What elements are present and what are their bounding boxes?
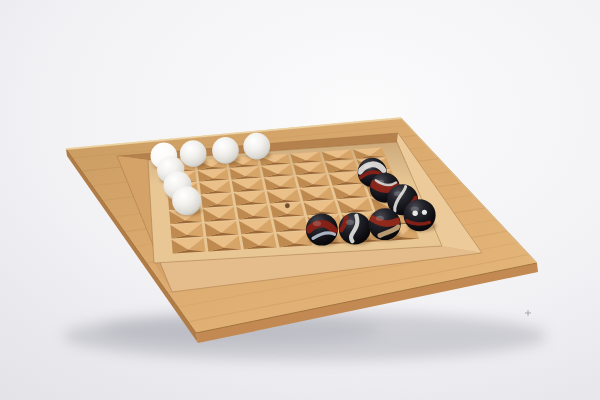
pyramid-r2c5 [293, 162, 326, 175]
pyramid-r7c3 [242, 233, 277, 249]
marble-gloss [411, 206, 419, 211]
marble-body [243, 133, 270, 160]
pyramid-r4c2 [201, 193, 234, 207]
pyramid-r5c6 [337, 198, 373, 213]
pyramid-r2c3 [230, 167, 262, 180]
pyramid-r3c5 [296, 174, 330, 188]
marble-body [404, 199, 436, 231]
board-photo [0, 0, 600, 400]
marble-gloss [376, 180, 384, 185]
marble-gloss [364, 165, 372, 170]
pyramid-r4c6 [333, 185, 368, 200]
marble-body [172, 186, 201, 215]
pyramid-r3c2 [199, 181, 231, 195]
marble-body [212, 137, 239, 164]
pyramid-r2c6 [325, 160, 358, 173]
pyramid-r6c2 [205, 221, 239, 237]
marble-body [180, 140, 207, 167]
pyramid-r6c4 [273, 217, 308, 233]
pyramid-r7c1 [172, 238, 206, 254]
pyramid-r7c2 [207, 236, 242, 252]
pyramid-r5c5 [304, 200, 339, 215]
pyramid-r5c2 [203, 207, 236, 222]
pyramid-r3c6 [329, 172, 363, 186]
marble-gloss [376, 216, 384, 221]
product-photo-stage [0, 0, 600, 400]
pyramid-r6c3 [239, 219, 274, 234]
center-dot [285, 203, 290, 208]
marble-gloss [346, 220, 354, 225]
pyramid-r2c2 [198, 169, 229, 182]
pyramid-r5c3 [236, 205, 270, 220]
marble-gloss [313, 221, 321, 226]
marble-gloss [394, 191, 402, 196]
pyramid-r2c4 [261, 164, 293, 177]
pyramid-r4c5 [300, 187, 334, 202]
pyramid-r3c3 [232, 178, 264, 192]
pyramid-r4c4 [267, 189, 301, 204]
pyramid-r6c1 [170, 223, 203, 238]
pyramid-r3c4 [264, 176, 297, 190]
pyramid-r4c3 [234, 191, 267, 205]
